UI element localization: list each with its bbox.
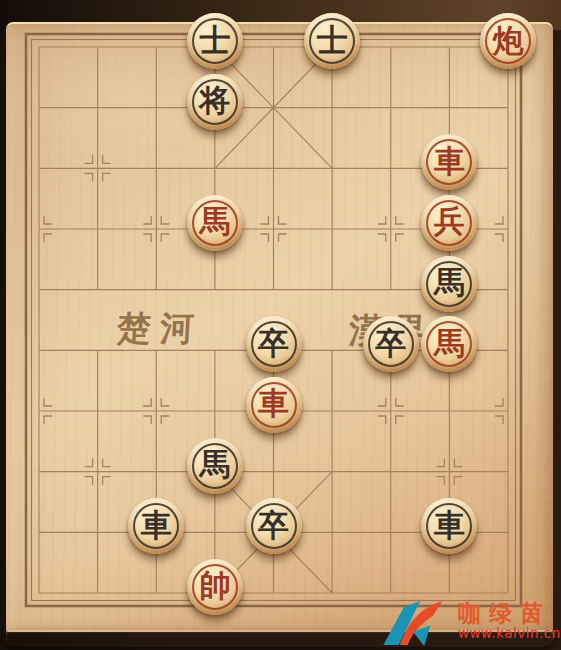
red-horse[interactable]: 馬 xyxy=(421,316,477,372)
black-advisor[interactable]: 士 xyxy=(187,13,243,69)
red-cannon[interactable]: 炮 xyxy=(480,13,536,69)
piece-glyph: 馬 xyxy=(434,267,465,298)
board-bottom-edge xyxy=(6,630,553,647)
black-horse[interactable]: 馬 xyxy=(187,438,243,494)
black-horse[interactable]: 馬 xyxy=(421,256,477,312)
piece-glyph: 車 xyxy=(434,510,465,541)
piece-glyph: 炮 xyxy=(493,25,524,56)
piece-glyph: 帥 xyxy=(199,570,230,601)
black-soldier[interactable]: 卒 xyxy=(246,316,302,372)
red-general[interactable]: 帥 xyxy=(187,559,243,615)
piece-glyph: 士 xyxy=(317,25,348,56)
piece-glyph: 車 xyxy=(434,146,465,177)
piece-glyph: 馬 xyxy=(199,449,230,480)
piece-glyph: 馬 xyxy=(199,206,230,237)
xiangqi-game-screen: 楚河 漢界 士士炮将車馬兵馬卒卒馬車馬車卒車帥 咖绿茵 www.kalvin.c… xyxy=(0,0,561,650)
black-advisor[interactable]: 士 xyxy=(304,13,360,69)
black-soldier[interactable]: 卒 xyxy=(246,498,302,554)
black-general[interactable]: 将 xyxy=(187,74,243,130)
piece-glyph: 兵 xyxy=(434,206,465,237)
piece-glyph: 卒 xyxy=(258,510,289,541)
piece-glyph: 卒 xyxy=(258,328,289,359)
red-soldier[interactable]: 兵 xyxy=(421,195,477,251)
piece-glyph: 卒 xyxy=(375,328,406,359)
black-chariot[interactable]: 車 xyxy=(421,498,477,554)
black-soldier[interactable]: 卒 xyxy=(363,316,419,372)
piece-glyph: 士 xyxy=(199,25,230,56)
pieces-layer: 士士炮将車馬兵馬卒卒馬車馬車卒車帥 xyxy=(10,17,538,624)
piece-glyph: 馬 xyxy=(434,328,465,359)
piece-glyph: 車 xyxy=(258,388,289,419)
red-horse[interactable]: 馬 xyxy=(187,195,243,251)
black-chariot[interactable]: 車 xyxy=(128,498,184,554)
piece-glyph: 車 xyxy=(141,510,172,541)
red-chariot[interactable]: 車 xyxy=(421,134,477,190)
piece-glyph: 将 xyxy=(199,85,230,116)
red-chariot[interactable]: 車 xyxy=(246,377,302,433)
